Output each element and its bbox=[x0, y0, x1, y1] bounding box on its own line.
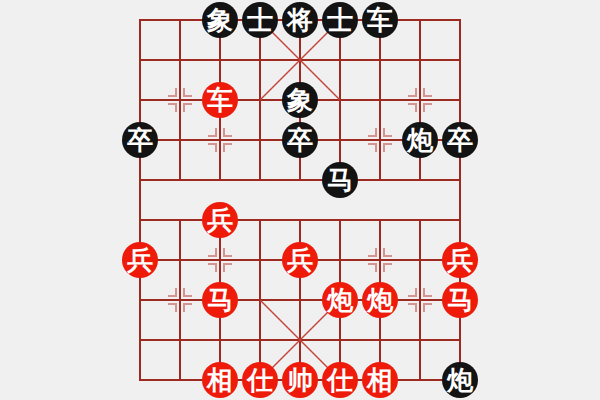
piece-black-soldier[interactable]: 卒 bbox=[282, 122, 318, 158]
piece-red-horse[interactable]: 马 bbox=[442, 282, 478, 318]
piece-black-advisor[interactable]: 士 bbox=[242, 2, 278, 38]
board-cell bbox=[219, 139, 259, 179]
piece-red-chariot[interactable]: 车 bbox=[202, 82, 238, 118]
board-cell bbox=[139, 179, 179, 219]
board-cell bbox=[139, 59, 179, 99]
piece-red-soldier[interactable]: 兵 bbox=[442, 242, 478, 278]
piece-red-cannon[interactable]: 炮 bbox=[362, 282, 398, 318]
board-cell bbox=[419, 59, 459, 99]
piece-black-cannon[interactable]: 炮 bbox=[442, 362, 478, 398]
piece-red-soldier[interactable]: 兵 bbox=[282, 242, 318, 278]
piece-black-chariot[interactable]: 车 bbox=[362, 2, 398, 38]
piece-red-cannon[interactable]: 炮 bbox=[322, 282, 358, 318]
board-cell bbox=[419, 19, 459, 59]
piece-black-soldier[interactable]: 卒 bbox=[442, 122, 478, 158]
piece-red-soldier[interactable]: 兵 bbox=[122, 242, 158, 278]
piece-red-general[interactable]: 帅 bbox=[282, 362, 318, 398]
board-cell bbox=[259, 299, 299, 339]
board-cell bbox=[339, 219, 379, 259]
board-cell bbox=[379, 179, 419, 219]
board-cell bbox=[379, 59, 419, 99]
piece-black-horse[interactable]: 马 bbox=[322, 162, 358, 198]
piece-red-horse[interactable]: 马 bbox=[202, 282, 238, 318]
piece-black-cannon[interactable]: 炮 bbox=[402, 122, 438, 158]
piece-red-advisor[interactable]: 仕 bbox=[322, 362, 358, 398]
board-cell bbox=[419, 179, 459, 219]
board-cell bbox=[339, 59, 379, 99]
piece-black-general[interactable]: 将 bbox=[282, 2, 318, 38]
piece-black-soldier[interactable]: 卒 bbox=[122, 122, 158, 158]
board-cell bbox=[139, 19, 179, 59]
piece-black-advisor[interactable]: 士 bbox=[322, 2, 358, 38]
piece-red-soldier[interactable]: 兵 bbox=[202, 202, 238, 238]
board-cell bbox=[179, 139, 219, 179]
piece-black-elephant[interactable]: 象 bbox=[282, 82, 318, 118]
board-cell bbox=[259, 179, 299, 219]
piece-red-elephant[interactable]: 相 bbox=[202, 362, 238, 398]
board-cell bbox=[139, 299, 179, 339]
board-cell bbox=[339, 99, 379, 139]
board-cell bbox=[379, 219, 419, 259]
xiangqi-board: 象士将士车象卒卒炮卒马炮车兵兵兵兵马炮炮马相仕帅仕相 bbox=[0, 0, 600, 400]
board-cell bbox=[139, 339, 179, 379]
piece-red-advisor[interactable]: 仕 bbox=[242, 362, 278, 398]
board-grid[interactable] bbox=[139, 19, 461, 381]
piece-red-elephant[interactable]: 相 bbox=[362, 362, 398, 398]
piece-black-elephant[interactable]: 象 bbox=[202, 2, 238, 38]
